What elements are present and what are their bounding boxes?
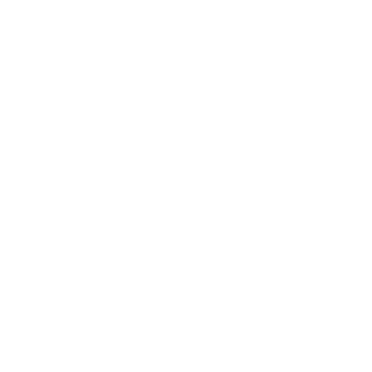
tock-board [0, 0, 372, 372]
board-photo [0, 0, 372, 372]
